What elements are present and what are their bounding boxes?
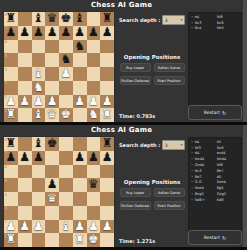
black-pawn-a7[interactable]: ♟ [5,26,16,40]
square-b5[interactable] [18,53,32,67]
rank-label-4: 4 [5,193,8,197]
square-f1[interactable]: ♜ [73,233,87,247]
game-panel-bottom: Chess AI Game 8♜♝♚♜7♟♟♟♟♟♟65♟♛4♛32♟♟♟♝♟♟… [0,125,247,250]
square-b6[interactable] [18,165,32,179]
square-e8[interactable] [59,137,73,151]
white-bishop-c4[interactable]: ♝ [33,67,44,81]
black-pawn-f7[interactable]: ♟ [74,151,85,165]
white-pawn-d2[interactable]: ♟ [47,95,58,109]
square-d3[interactable] [45,206,59,220]
black-knight-e5[interactable]: ♞ [60,53,71,67]
restart-button-label: Restart [204,110,220,115]
square-d3[interactable] [45,81,59,95]
square-d4[interactable] [45,67,59,81]
square-c6[interactable] [32,165,46,179]
square-d5[interactable]: ♟ [45,178,59,192]
square-d6[interactable] [45,165,59,179]
black-bishop-f8[interactable]: ♝ [74,12,85,26]
square-b3[interactable] [18,206,32,220]
black-move: Bg5 [217,186,224,190]
square-e4[interactable] [59,192,73,206]
controls-column: Search depth : 3 ▾ Opening Positions Ruy… [119,137,185,210]
black-pawn-f7[interactable]: ♟ [74,26,85,40]
black-rook-h8[interactable]: ♜ [102,137,113,151]
game-panel-top: Chess AI Game 8♜♝♛♚♝♜7♟♟♟♟♟♟♟♟6♞5♞4♝♟3♞2… [0,0,247,125]
restart-button[interactable]: Restart ↻ [188,230,242,245]
square-a8[interactable]: 8♜ [4,12,18,26]
white-move: e4 [195,15,217,19]
rank-label-7: 7 [5,151,8,155]
white-rook-f1[interactable]: ♜ [74,233,85,247]
white-bishop-e2[interactable]: ♝ [60,220,71,234]
square-f1[interactable] [73,108,87,122]
restart-button[interactable]: Restart ↻ [188,105,242,120]
square-h7[interactable]: ♟ [100,26,114,40]
search-depth-value: 3 [165,18,168,23]
square-h5[interactable] [100,178,114,192]
black-move: Kd8 [217,198,224,202]
square-f6[interactable]: ♞ [73,40,87,54]
square-d7[interactable] [45,151,59,165]
square-a4[interactable]: 4 [4,192,18,206]
white-move: Nxd4 [195,157,217,161]
square-h4[interactable] [100,192,114,206]
square-h2[interactable]: ♟ [100,220,114,234]
black-move: Ne5 [217,26,224,30]
square-a6[interactable]: 6 [4,165,18,179]
square-f5[interactable] [73,178,87,192]
black-pawn-a7[interactable]: ♟ [5,151,16,165]
square-a2[interactable]: 2♟ [4,220,18,234]
move-bullet-icon: • [191,151,193,155]
black-pawn-h7[interactable]: ♟ [102,26,113,40]
square-d2[interactable]: ♟ [45,95,59,109]
white-knight-g1[interactable]: ♞ [88,108,99,122]
square-e5[interactable] [59,178,73,192]
black-knight-f6[interactable]: ♞ [74,40,85,54]
think-time-label: Time: 1.271s [119,238,155,244]
move-row-3[interactable]: •Bc4Ne5 [189,26,241,32]
square-b6[interactable] [18,40,32,54]
rank-label-1: 1 [5,109,8,113]
square-c7[interactable]: ♟ [32,151,46,165]
square-e2[interactable] [59,95,73,109]
white-move: Nc3 [195,21,217,25]
move-bullet-icon: • [191,180,193,184]
square-g7[interactable]: ♟ [87,151,101,165]
rank-label-4: 4 [5,68,8,72]
page-title: Chess AI Game [0,1,243,9]
square-h3[interactable] [100,206,114,220]
white-king-e1[interactable]: ♚ [60,108,71,122]
rank-label-3: 3 [5,81,8,85]
opening-buttons: Ruy Lopez Italian Game Sicilian Defense … [119,188,185,210]
rank-label-2: 2 [5,220,8,224]
square-g5[interactable]: ♛ [87,178,101,192]
white-rook-h1[interactable]: ♜ [102,108,113,122]
square-a6[interactable]: 6 [4,40,18,54]
square-g2[interactable]: ♟ [87,220,101,234]
square-g1[interactable]: ♞ [87,108,101,122]
move-list[interactable]: •e4Nf6•Nc3Nc6•Bc4Ne5 [188,12,242,106]
square-a3[interactable]: 3 [4,81,18,95]
square-b2[interactable]: ♟ [18,220,32,234]
black-move: Nxd4 [217,157,226,161]
square-a5[interactable]: 5 [4,178,18,192]
white-king-g1[interactable]: ♚ [88,233,99,247]
controls-column: Search depth : 3 ▾ Opening Positions Ruy… [119,12,185,85]
black-move: d5 [217,175,222,179]
white-pawn-h2[interactable]: ♟ [102,220,113,234]
square-e2[interactable]: ♝ [59,220,73,234]
black-move: Nf6 [217,15,223,19]
square-h3[interactable] [100,81,114,95]
square-h4[interactable] [100,67,114,81]
black-move: Nxe4 [217,180,226,184]
square-a2[interactable]: 2♟ [4,95,18,109]
square-a1[interactable]: 1♜ [4,233,18,247]
rank-label-6: 6 [5,40,8,44]
black-queen-g5[interactable]: ♛ [88,178,99,192]
white-move: Be2 [195,175,217,179]
white-move: Bxg5 [195,192,217,196]
square-f2[interactable]: ♟ [73,220,87,234]
square-e4[interactable]: ♟ [59,67,73,81]
black-move: Nc6 [217,146,224,150]
chess-board[interactable]: 8♜♝♚♜7♟♟♟♟♟♟65♟♛4♛32♟♟♟♝♟♟♟1♜♜♚ [4,137,114,247]
square-e3[interactable] [59,81,73,95]
square-d7[interactable]: ♟ [45,26,59,40]
square-h7[interactable]: ♟ [100,151,114,165]
restart-icon: ↻ [222,235,226,241]
square-c5[interactable] [32,178,46,192]
rank-label-7: 7 [5,26,8,30]
black-move: exd4 [217,151,226,155]
opening-button-ruy-lopez[interactable]: Ruy Lopez [120,63,151,72]
black-king-d8[interactable]: ♚ [47,137,58,151]
chevron-down-icon: ▾ [181,143,183,147]
opening-button-start-position[interactable]: Start Position [154,76,185,85]
square-e6[interactable] [59,165,73,179]
opening-button-italian-game[interactable]: Italian Game [154,188,185,197]
square-g8[interactable] [87,137,101,151]
square-c8[interactable]: ♝ [32,137,46,151]
square-f3[interactable] [73,81,87,95]
square-g3[interactable] [87,206,101,220]
white-move: d4 [195,151,217,155]
search-depth-value: 3 [165,143,168,148]
square-d1[interactable] [45,233,59,247]
black-rook-a8[interactable]: ♜ [5,12,16,26]
black-move: Nf6 [217,163,223,167]
square-c4[interactable]: ♝ [32,67,46,81]
move-list[interactable]: •e4e5•Nf3Nc6•d4exd4•Nxd4Nxd4•Qxd4Nf6•Nc3… [188,137,242,231]
square-g2[interactable]: ♟ [87,95,101,109]
square-b7[interactable]: ♟ [18,26,32,40]
move-bullet-icon: • [191,198,193,202]
square-a5[interactable]: 5 [4,53,18,67]
square-h6[interactable] [100,40,114,54]
chess-board[interactable]: 8♜♝♛♚♝♜7♟♟♟♟♟♟♟♟6♞5♞4♝♟3♞2♟♟♟♟♟♟♟1♜♝♛♚♞♜ [4,12,114,122]
scrollbar-strip[interactable] [243,0,247,122]
black-pawn-b7[interactable]: ♟ [19,26,30,40]
rank-label-8: 8 [5,138,8,142]
square-f7[interactable]: ♟ [73,26,87,40]
white-move: Nxe4 [195,186,217,190]
black-move: Nc6 [217,21,224,25]
black-pawn-b7[interactable]: ♟ [19,151,30,165]
square-b7[interactable]: ♟ [18,151,32,165]
square-e7[interactable]: ♟ [59,26,73,40]
opening-button-ruy-lopez[interactable]: Ruy Lopez [120,188,151,197]
opening-buttons: Ruy Lopez Italian Game Sicilian Defense … [119,63,185,85]
black-pawn-c7[interactable]: ♟ [33,26,44,40]
opening-button-italian-game[interactable]: Italian Game [154,63,185,72]
move-bullet-icon: • [191,21,193,25]
white-move: e4 [195,140,217,144]
black-queen-d8[interactable]: ♛ [47,12,58,26]
square-g1[interactable]: ♚ [87,233,101,247]
white-pawn-a2[interactable]: ♟ [5,220,16,234]
square-g4[interactable] [87,192,101,206]
square-e8[interactable]: ♚ [59,12,73,26]
square-b8[interactable] [18,137,32,151]
black-pawn-d7[interactable]: ♟ [47,26,58,40]
square-b2[interactable]: ♟ [18,95,32,109]
square-f8[interactable]: ♝ [73,12,87,26]
square-d2[interactable] [45,220,59,234]
white-move: Nc3 [195,169,217,173]
white-pawn-b2[interactable]: ♟ [19,95,30,109]
move-bullet-icon: • [191,157,193,161]
scrollbar-strip[interactable] [243,125,247,247]
move-bullet-icon: • [191,175,193,179]
square-c2[interactable]: ♟ [32,95,46,109]
white-pawn-c2[interactable]: ♟ [33,220,44,234]
black-bishop-c8[interactable]: ♝ [33,137,44,151]
square-c1[interactable]: ♝ [32,108,46,122]
square-e3[interactable] [59,206,73,220]
chevron-down-icon: ▾ [181,18,183,22]
square-h8[interactable]: ♜ [100,12,114,26]
search-depth-select[interactable]: 3 ▾ [162,15,185,25]
square-b3[interactable] [18,81,32,95]
square-c4[interactable] [32,192,46,206]
white-pawn-f2[interactable]: ♟ [74,220,85,234]
restart-icon: ↻ [222,110,226,116]
square-f4[interactable] [73,192,87,206]
square-a7[interactable]: 7♟ [4,26,18,40]
white-move: Bc4 [195,26,217,30]
white-move: O-O [195,180,217,184]
black-move: Be7 [217,169,224,173]
square-g5[interactable] [87,53,101,67]
square-c3[interactable]: ♞ [32,81,46,95]
square-a4[interactable]: 4 [4,67,18,81]
black-bishop-c8[interactable]: ♝ [33,12,44,26]
square-b1[interactable] [18,233,32,247]
move-bullet-icon: • [191,186,193,190]
square-g6[interactable] [87,40,101,54]
white-pawn-h2[interactable]: ♟ [102,95,113,109]
move-bullet-icon: • [191,169,193,173]
rank-label-1: 1 [5,234,8,238]
square-a1[interactable]: 1♜ [4,108,18,122]
white-pawn-e4[interactable]: ♟ [60,67,71,81]
move-bullet-icon: • [191,192,193,196]
white-move: Qxd4 [195,163,217,167]
square-e7[interactable] [59,151,73,165]
opening-button-sicilian-defense[interactable]: Sicilian Defense [120,76,151,85]
white-move: Nd6+ [195,198,217,202]
opening-button-sicilian-defense[interactable]: Sicilian Defense [120,201,151,210]
white-rook-a1[interactable]: ♜ [5,233,16,247]
square-d5[interactable] [45,53,59,67]
opening-positions-heading: Opening Positions [119,54,185,60]
square-b5[interactable] [18,178,32,192]
square-h6[interactable] [100,165,114,179]
square-g3[interactable] [87,81,101,95]
square-h5[interactable] [100,53,114,67]
square-a7[interactable]: 7♟ [4,151,18,165]
square-f2[interactable]: ♟ [73,95,87,109]
square-d8[interactable]: ♛ [45,12,59,26]
restart-button-label: Restart [204,235,220,240]
black-pawn-c7[interactable]: ♟ [33,151,44,165]
white-queen-d4[interactable]: ♛ [47,192,58,206]
square-a8[interactable]: 8♜ [4,137,18,151]
square-c1[interactable] [32,233,46,247]
square-b1[interactable] [18,108,32,122]
opening-button-start-position[interactable]: Start Position [154,201,185,210]
rank-label-8: 8 [5,13,8,17]
black-king-e8[interactable]: ♚ [60,12,71,26]
black-pawn-d5[interactable]: ♟ [47,178,58,192]
move-row-11[interactable]: •Nd6+Kd8 [189,197,241,203]
square-h1[interactable]: ♜ [100,108,114,122]
black-rook-a8[interactable]: ♜ [5,137,16,151]
square-g4[interactable] [87,67,101,81]
white-queen-d1[interactable]: ♛ [47,108,58,122]
white-pawn-f2[interactable]: ♟ [74,95,85,109]
square-d1[interactable]: ♛ [45,108,59,122]
square-h2[interactable]: ♟ [100,95,114,109]
square-f8[interactable] [73,137,87,151]
black-pawn-h7[interactable]: ♟ [102,151,113,165]
square-d6[interactable] [45,40,59,54]
white-rook-a1[interactable]: ♜ [5,108,16,122]
move-bullet-icon: • [191,163,193,167]
square-b4[interactable] [18,67,32,81]
square-f7[interactable]: ♟ [73,151,87,165]
square-c5[interactable] [32,53,46,67]
black-move: e5 [217,140,222,144]
white-knight-c3[interactable]: ♞ [33,81,44,95]
white-pawn-g2[interactable]: ♟ [88,95,99,109]
square-f5[interactable] [73,53,87,67]
white-bishop-c1[interactable]: ♝ [33,108,44,122]
square-f6[interactable] [73,165,87,179]
search-depth-label: Search depth : [119,142,160,148]
square-f4[interactable] [73,67,87,81]
square-e1[interactable]: ♚ [59,108,73,122]
square-c2[interactable]: ♟ [32,220,46,234]
black-pawn-g7[interactable]: ♟ [88,151,99,165]
square-b4[interactable] [18,192,32,206]
square-e5[interactable]: ♞ [59,53,73,67]
square-c8[interactable]: ♝ [32,12,46,26]
square-h8[interactable]: ♜ [100,137,114,151]
square-a3[interactable]: 3 [4,206,18,220]
square-e1[interactable] [59,233,73,247]
move-bullet-icon: • [191,140,193,144]
rank-label-5: 5 [5,179,8,183]
white-pawn-g2[interactable]: ♟ [88,220,99,234]
square-c6[interactable] [32,40,46,54]
move-bullet-icon: • [191,26,193,30]
square-c3[interactable] [32,206,46,220]
square-c7[interactable]: ♟ [32,26,46,40]
white-pawn-c2[interactable]: ♟ [33,95,44,109]
white-pawn-b2[interactable]: ♟ [19,220,30,234]
think-time-label: Time: 0.783s [119,113,155,119]
rank-label-2: 2 [5,95,8,99]
black-move: Qxg5 [217,192,227,196]
square-h1[interactable] [100,233,114,247]
move-bullet-icon: • [191,146,193,150]
search-depth-select[interactable]: 3 ▾ [162,140,185,150]
black-rook-h8[interactable]: ♜ [102,12,113,26]
rank-label-5: 5 [5,54,8,58]
rank-label-3: 3 [5,206,8,210]
rank-label-6: 6 [5,165,8,169]
opening-positions-heading: Opening Positions [119,179,185,185]
white-pawn-a2[interactable]: ♟ [5,95,16,109]
page-title: Chess AI Game [0,126,243,134]
square-f3[interactable] [73,206,87,220]
square-e6[interactable] [59,40,73,54]
square-d4[interactable]: ♛ [45,192,59,206]
black-pawn-g7[interactable]: ♟ [88,26,99,40]
search-depth-label: Search depth : [119,17,160,23]
square-g8[interactable] [87,12,101,26]
white-move: Nf3 [195,146,217,150]
square-d8[interactable]: ♚ [45,137,59,151]
square-g6[interactable] [87,165,101,179]
square-g7[interactable]: ♟ [87,26,101,40]
move-bullet-icon: • [191,15,193,19]
black-pawn-e7[interactable]: ♟ [60,26,71,40]
square-b8[interactable] [18,12,32,26]
